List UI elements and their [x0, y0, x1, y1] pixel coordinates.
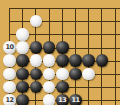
intersection-r0-c8[interactable] [109, 1, 121, 14]
intersection-r1-c6[interactable] [82, 15, 95, 28]
black-stone [43, 41, 56, 54]
white-stone: 10 [3, 41, 16, 54]
intersection-r1-c2[interactable] [29, 15, 42, 28]
intersection-r7-c1[interactable] [16, 94, 29, 105]
intersection-r4-c1[interactable] [16, 54, 29, 67]
intersection-r4-c8[interactable] [109, 54, 121, 67]
intersection-r6-c5[interactable] [69, 81, 82, 94]
black-stone [30, 41, 43, 54]
white-stone [43, 94, 56, 105]
intersection-r1-c7[interactable] [95, 15, 108, 28]
intersection-r1-c3[interactable] [43, 15, 56, 28]
go-board: 10121311 [0, 0, 120, 105]
black-stone [56, 54, 69, 67]
white-stone [82, 68, 95, 81]
intersection-r1-c0[interactable] [3, 15, 16, 28]
black-stone [16, 54, 29, 67]
white-stone [30, 15, 43, 28]
black-stone [56, 41, 69, 54]
intersection-r7-c2[interactable] [29, 94, 42, 105]
intersection-r5-c8[interactable] [109, 67, 121, 80]
intersection-r0-c0[interactable] [3, 1, 16, 14]
white-stone [30, 54, 43, 67]
intersection-r5-c6[interactable] [82, 67, 95, 80]
intersection-r2-c2[interactable] [29, 28, 42, 41]
intersection-r3-c0[interactable]: 10 [3, 41, 16, 54]
intersection-r5-c2[interactable] [29, 67, 42, 80]
intersection-r1-c5[interactable] [69, 15, 82, 28]
intersection-r2-c7[interactable] [95, 28, 108, 41]
white-stone [43, 54, 56, 67]
intersection-r7-c4[interactable]: 13 [56, 94, 69, 105]
intersection-r5-c4[interactable] [56, 67, 69, 80]
intersection-r1-c1[interactable] [16, 15, 29, 28]
intersection-r4-c0[interactable] [3, 54, 16, 67]
move-number-label: 13 [58, 97, 66, 104]
intersection-r4-c5[interactable] [69, 54, 82, 67]
intersection-r7-c7[interactable] [95, 94, 108, 105]
intersection-r2-c6[interactable] [82, 28, 95, 41]
intersection-r5-c7[interactable] [95, 67, 108, 80]
black-stone [30, 81, 43, 94]
intersection-r4-c6[interactable] [82, 54, 95, 67]
intersection-r0-c6[interactable] [82, 1, 95, 14]
intersection-r3-c4[interactable] [56, 41, 69, 54]
intersection-r6-c6[interactable] [82, 81, 95, 94]
intersection-r1-c8[interactable] [109, 15, 121, 28]
intersection-r2-c1[interactable] [16, 28, 29, 41]
black-stone [82, 54, 95, 67]
intersection-r4-c4[interactable] [56, 54, 69, 67]
black-stone: 11 [69, 94, 82, 105]
intersection-r2-c0[interactable] [3, 28, 16, 41]
white-stone [16, 28, 29, 41]
intersection-r2-c8[interactable] [109, 28, 121, 41]
intersection-r0-c7[interactable] [95, 1, 108, 14]
board-intersections: 10121311 [3, 1, 120, 105]
intersection-r6-c1[interactable] [16, 81, 29, 94]
black-stone [96, 54, 109, 67]
intersection-r0-c5[interactable] [69, 1, 82, 14]
black-stone [16, 68, 29, 81]
black-stone [56, 81, 69, 94]
intersection-r4-c3[interactable] [43, 54, 56, 67]
intersection-r6-c8[interactable] [109, 81, 121, 94]
intersection-r6-c3[interactable] [43, 81, 56, 94]
intersection-r7-c8[interactable] [109, 94, 121, 105]
intersection-r3-c2[interactable] [29, 41, 42, 54]
intersection-r7-c5[interactable]: 11 [69, 94, 82, 105]
intersection-r5-c5[interactable] [69, 67, 82, 80]
white-stone: 12 [3, 94, 16, 105]
move-number-label: 12 [5, 97, 13, 104]
intersection-r7-c3[interactable] [43, 94, 56, 105]
intersection-r3-c3[interactable] [43, 41, 56, 54]
intersection-r0-c1[interactable] [16, 1, 29, 14]
intersection-r1-c4[interactable] [56, 15, 69, 28]
black-stone [16, 81, 29, 94]
black-stone [69, 68, 82, 81]
intersection-r3-c1[interactable] [16, 41, 29, 54]
intersection-r6-c2[interactable] [29, 81, 42, 94]
black-stone: 13 [56, 94, 69, 105]
intersection-r2-c3[interactable] [43, 28, 56, 41]
move-number-label: 10 [5, 44, 13, 51]
white-stone [56, 68, 69, 81]
intersection-r0-c4[interactable] [56, 1, 69, 14]
intersection-r5-c3[interactable] [43, 67, 56, 80]
black-stone [69, 54, 82, 67]
white-stone [3, 54, 16, 67]
white-stone [43, 68, 56, 81]
intersection-r7-c0[interactable]: 12 [3, 94, 16, 105]
intersection-r4-c7[interactable] [95, 54, 108, 67]
intersection-r6-c0[interactable] [3, 81, 16, 94]
intersection-r0-c3[interactable] [43, 1, 56, 14]
intersection-r3-c6[interactable] [82, 41, 95, 54]
white-stone [3, 81, 16, 94]
intersection-r2-c4[interactable] [56, 28, 69, 41]
white-stone [43, 81, 56, 94]
intersection-r5-c0[interactable] [3, 67, 16, 80]
white-stone [16, 41, 29, 54]
black-stone [30, 68, 43, 81]
intersection-r6-c7[interactable] [95, 81, 108, 94]
intersection-r2-c5[interactable] [69, 28, 82, 41]
intersection-r3-c8[interactable] [109, 41, 121, 54]
intersection-r6-c4[interactable] [56, 81, 69, 94]
black-stone [16, 94, 29, 105]
white-stone [3, 68, 16, 81]
intersection-r3-c5[interactable] [69, 41, 82, 54]
intersection-r5-c1[interactable] [16, 67, 29, 80]
intersection-r4-c2[interactable] [29, 54, 42, 67]
intersection-r3-c7[interactable] [95, 41, 108, 54]
move-number-label: 11 [71, 97, 79, 104]
intersection-r0-c2[interactable] [29, 1, 42, 14]
intersection-r7-c6[interactable] [82, 94, 95, 105]
